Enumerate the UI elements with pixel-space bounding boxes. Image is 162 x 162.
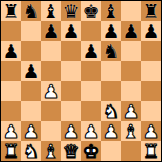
square-h7[interactable]: ♟	[141, 21, 161, 41]
square-f8[interactable]: ♝	[101, 1, 121, 21]
square-g3[interactable]: ♟	[121, 101, 141, 121]
square-g2[interactable]: ♝	[121, 121, 141, 141]
white-pawn-h2[interactable]: ♟	[142, 121, 159, 141]
square-d4[interactable]	[61, 81, 81, 101]
square-d6[interactable]	[61, 41, 81, 61]
square-d1[interactable]: ♛	[61, 141, 81, 161]
square-c6[interactable]	[41, 41, 61, 61]
square-c2[interactable]	[41, 121, 61, 141]
square-b5[interactable]: ♟	[21, 61, 41, 81]
square-c3[interactable]	[41, 101, 61, 121]
black-knight-f6[interactable]: ♞	[102, 41, 119, 61]
black-knight-b8[interactable]: ♞	[22, 1, 39, 21]
square-g7[interactable]: ♟	[121, 21, 141, 41]
white-pawn-f2[interactable]: ♟	[102, 121, 119, 141]
square-e3[interactable]	[81, 101, 101, 121]
white-king-e1[interactable]: ♚	[82, 141, 99, 161]
black-pawn-b5[interactable]: ♟	[22, 61, 39, 81]
square-b2[interactable]: ♟	[21, 121, 41, 141]
white-knight-f3[interactable]: ♞	[102, 101, 119, 121]
square-b7[interactable]	[21, 21, 41, 41]
square-a1[interactable]: ♜	[1, 141, 21, 161]
square-g1[interactable]	[121, 141, 141, 161]
square-h5[interactable]	[141, 61, 161, 81]
black-rook-h8[interactable]: ♜	[142, 1, 159, 21]
square-f6[interactable]: ♞	[101, 41, 121, 61]
square-a3[interactable]	[1, 101, 21, 121]
square-d8[interactable]: ♛	[61, 1, 81, 21]
square-a7[interactable]	[1, 21, 21, 41]
square-c5[interactable]	[41, 61, 61, 81]
black-pawn-f7[interactable]: ♟	[102, 21, 119, 41]
chess-board: ♜♞♝♛♚♝♜♟♟♟♟♟♟♟♞♟♟♞♟♟♟♟♟♟♝♟♜♞♝♛♚♜	[0, 0, 162, 162]
black-bishop-f8[interactable]: ♝	[102, 1, 119, 21]
black-pawn-g7[interactable]: ♟	[122, 21, 139, 41]
square-a2[interactable]: ♟	[1, 121, 21, 141]
white-knight-b1[interactable]: ♞	[22, 141, 39, 161]
white-pawn-g3[interactable]: ♟	[122, 101, 139, 121]
square-c8[interactable]: ♝	[41, 1, 61, 21]
white-pawn-b2[interactable]: ♟	[22, 121, 39, 141]
square-e5[interactable]	[81, 61, 101, 81]
square-c1[interactable]: ♝	[41, 141, 61, 161]
white-pawn-c4[interactable]: ♟	[42, 81, 59, 101]
square-e7[interactable]	[81, 21, 101, 41]
black-pawn-h7[interactable]: ♟	[142, 21, 159, 41]
square-e1[interactable]: ♚	[81, 141, 101, 161]
square-f1[interactable]	[101, 141, 121, 161]
square-g5[interactable]	[121, 61, 141, 81]
white-bishop-g2[interactable]: ♝	[122, 121, 139, 141]
square-c7[interactable]: ♟	[41, 21, 61, 41]
chess-board-grid: ♜♞♝♛♚♝♜♟♟♟♟♟♟♟♞♟♟♞♟♟♟♟♟♟♝♟♜♞♝♛♚♜	[1, 1, 161, 161]
black-queen-d8[interactable]: ♛	[62, 1, 79, 21]
black-king-e8[interactable]: ♚	[82, 1, 99, 21]
white-queen-d1[interactable]: ♛	[62, 141, 79, 161]
square-f5[interactable]	[101, 61, 121, 81]
square-g8[interactable]	[121, 1, 141, 21]
black-rook-a8[interactable]: ♜	[2, 1, 19, 21]
square-h2[interactable]: ♟	[141, 121, 161, 141]
black-pawn-a6[interactable]: ♟	[2, 41, 19, 61]
square-g6[interactable]	[121, 41, 141, 61]
white-rook-a1[interactable]: ♜	[2, 141, 19, 161]
black-pawn-c7[interactable]: ♟	[42, 21, 59, 41]
square-h1[interactable]: ♜	[141, 141, 161, 161]
white-bishop-c1[interactable]: ♝	[42, 141, 59, 161]
square-f4[interactable]	[101, 81, 121, 101]
square-a4[interactable]	[1, 81, 21, 101]
white-pawn-d2[interactable]: ♟	[62, 121, 79, 141]
square-e4[interactable]	[81, 81, 101, 101]
square-b4[interactable]	[21, 81, 41, 101]
square-h3[interactable]	[141, 101, 161, 121]
square-b6[interactable]	[21, 41, 41, 61]
black-pawn-e6[interactable]: ♟	[82, 41, 99, 61]
square-d7[interactable]: ♟	[61, 21, 81, 41]
square-b3[interactable]	[21, 101, 41, 121]
square-b8[interactable]: ♞	[21, 1, 41, 21]
square-d2[interactable]: ♟	[61, 121, 81, 141]
square-h4[interactable]	[141, 81, 161, 101]
square-a8[interactable]: ♜	[1, 1, 21, 21]
square-f3[interactable]: ♞	[101, 101, 121, 121]
square-d3[interactable]	[61, 101, 81, 121]
square-d5[interactable]	[61, 61, 81, 81]
square-h6[interactable]	[141, 41, 161, 61]
square-f7[interactable]: ♟	[101, 21, 121, 41]
white-rook-h1[interactable]: ♜	[142, 141, 159, 161]
white-pawn-e2[interactable]: ♟	[82, 121, 99, 141]
square-h8[interactable]: ♜	[141, 1, 161, 21]
square-g4[interactable]	[121, 81, 141, 101]
square-e8[interactable]: ♚	[81, 1, 101, 21]
square-c4[interactable]: ♟	[41, 81, 61, 101]
square-a5[interactable]	[1, 61, 21, 81]
square-a6[interactable]: ♟	[1, 41, 21, 61]
square-b1[interactable]: ♞	[21, 141, 41, 161]
black-bishop-c8[interactable]: ♝	[42, 1, 59, 21]
white-pawn-a2[interactable]: ♟	[2, 121, 19, 141]
square-e6[interactable]: ♟	[81, 41, 101, 61]
square-e2[interactable]: ♟	[81, 121, 101, 141]
square-f2[interactable]: ♟	[101, 121, 121, 141]
black-pawn-d7[interactable]: ♟	[62, 21, 79, 41]
